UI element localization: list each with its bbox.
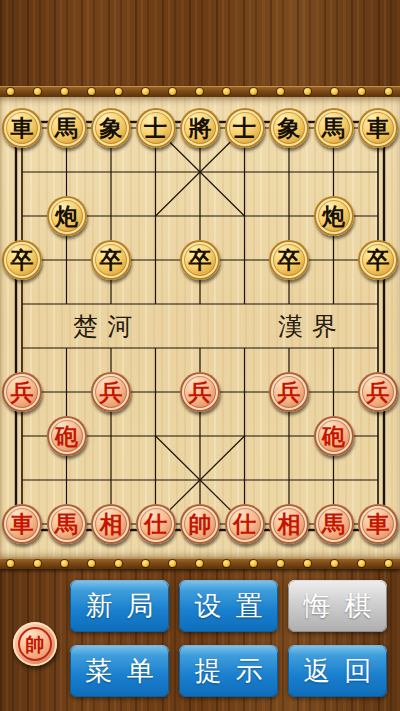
nail-icon: [331, 88, 338, 95]
nail-icon: [169, 560, 176, 567]
piece-red[interactable]: 兵: [2, 372, 42, 412]
nail-icon: [196, 560, 203, 567]
settings-button[interactable]: 设置: [179, 580, 278, 632]
nail-icon: [385, 560, 392, 567]
wood-rail-bottom: [0, 558, 400, 569]
nail-icon: [142, 88, 149, 95]
piece-black[interactable]: 象: [91, 108, 131, 148]
nail-icon: [250, 560, 257, 567]
hint-button[interactable]: 提示: [179, 645, 278, 697]
nail-icon: [385, 88, 392, 95]
piece-red[interactable]: 馬: [314, 504, 354, 544]
piece-red[interactable]: 相: [269, 504, 309, 544]
nail-icon: [142, 560, 149, 567]
nail-icon: [223, 560, 230, 567]
menu-button[interactable]: 菜单: [70, 645, 169, 697]
river-label-left: 楚河: [53, 310, 152, 343]
piece-red[interactable]: 帥: [180, 504, 220, 544]
piece-black[interactable]: 士: [136, 108, 176, 148]
nail-icon: [169, 88, 176, 95]
wood-rail-top: [0, 86, 400, 97]
nail-icon: [331, 560, 338, 567]
piece-black[interactable]: 馬: [47, 108, 87, 148]
nail-icon: [196, 88, 203, 95]
nail-icon: [61, 88, 68, 95]
nail-icon: [223, 88, 230, 95]
piece-red[interactable]: 車: [2, 504, 42, 544]
piece-black[interactable]: 馬: [314, 108, 354, 148]
piece-red[interactable]: 仕: [225, 504, 265, 544]
side-to-move-indicator: 帥: [13, 622, 57, 666]
nail-icon: [277, 88, 284, 95]
piece-red[interactable]: 馬: [47, 504, 87, 544]
nail-icon: [115, 560, 122, 567]
piece-black[interactable]: 士: [225, 108, 265, 148]
nail-icon: [7, 560, 14, 567]
nail-icon: [7, 88, 14, 95]
piece-black[interactable]: 卒: [358, 240, 398, 280]
nail-icon: [358, 88, 365, 95]
nail-icon: [277, 560, 284, 567]
piece-red[interactable]: 仕: [136, 504, 176, 544]
nail-icon: [304, 560, 311, 567]
xiangqi-board[interactable]: 楚河 漢界 車馬象士將士象馬車炮炮卒卒卒卒卒兵兵兵兵兵砲砲車馬相仕帥仕相馬車: [0, 97, 400, 558]
undo-button[interactable]: 悔棋: [288, 580, 387, 632]
nail-icon: [34, 88, 41, 95]
piece-black[interactable]: 車: [358, 108, 398, 148]
nail-icon: [88, 88, 95, 95]
piece-black[interactable]: 卒: [91, 240, 131, 280]
piece-red[interactable]: 兵: [91, 372, 131, 412]
piece-black[interactable]: 卒: [269, 240, 309, 280]
piece-red[interactable]: 砲: [47, 416, 87, 456]
nail-icon: [304, 88, 311, 95]
nail-icon: [358, 560, 365, 567]
piece-black[interactable]: 卒: [180, 240, 220, 280]
nail-icon: [61, 560, 68, 567]
piece-black[interactable]: 炮: [47, 196, 87, 236]
app-screen: 楚河 漢界 車馬象士將士象馬車炮炮卒卒卒卒卒兵兵兵兵兵砲砲車馬相仕帥仕相馬車 帥…: [0, 0, 400, 711]
river-label-right: 漢界: [258, 310, 357, 343]
nail-icon: [250, 88, 257, 95]
piece-red[interactable]: 車: [358, 504, 398, 544]
nail-icon: [34, 560, 41, 567]
nail-icon: [88, 560, 95, 567]
piece-black[interactable]: 將: [180, 108, 220, 148]
piece-black[interactable]: 卒: [2, 240, 42, 280]
piece-red[interactable]: 相: [91, 504, 131, 544]
piece-red[interactable]: 兵: [269, 372, 309, 412]
piece-red[interactable]: 兵: [180, 372, 220, 412]
piece-black[interactable]: 炮: [314, 196, 354, 236]
piece-black[interactable]: 車: [2, 108, 42, 148]
red-general-glyph: 帥: [18, 627, 52, 661]
piece-black[interactable]: 象: [269, 108, 309, 148]
back-button[interactable]: 返回: [288, 645, 387, 697]
piece-red[interactable]: 兵: [358, 372, 398, 412]
piece-red[interactable]: 砲: [314, 416, 354, 456]
new-game-button[interactable]: 新局: [70, 580, 169, 632]
nail-icon: [115, 88, 122, 95]
